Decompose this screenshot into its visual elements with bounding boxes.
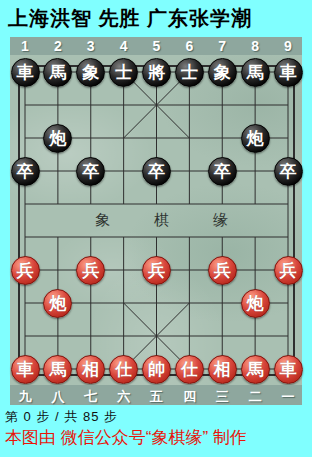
piece-black-horse[interactable]: 馬 [43, 58, 72, 87]
file-label-top: 7 [218, 38, 226, 54]
file-label-bottom: 六 [117, 388, 130, 406]
piece-black-soldier[interactable]: 卒 [208, 157, 237, 186]
piece-red-general[interactable]: 帥 [142, 355, 171, 384]
xiangqi-board[interactable]: 象棋缘 車馬象士將士象馬車炮炮卒卒卒卒卒兵兵兵兵兵炮炮車馬相仕帥仕相馬車 [10, 55, 302, 385]
file-label-bottom: 三 [216, 388, 229, 406]
file-label-top: 3 [87, 38, 95, 54]
piece-black-advisor[interactable]: 士 [175, 58, 204, 87]
file-label-bottom: 四 [183, 388, 196, 406]
piece-red-soldier[interactable]: 兵 [76, 256, 105, 285]
piece-red-advisor[interactable]: 仕 [109, 355, 138, 384]
piece-black-elephant[interactable]: 象 [208, 58, 237, 87]
piece-black-chariot[interactable]: 車 [11, 58, 40, 87]
move-counter: 第 0 步 / 共 85 步 [5, 408, 118, 426]
file-label-top: 2 [54, 38, 62, 54]
piece-black-cannon[interactable]: 炮 [241, 124, 270, 153]
piece-black-horse[interactable]: 馬 [241, 58, 270, 87]
piece-red-chariot[interactable]: 車 [11, 355, 40, 384]
file-label-top: 8 [251, 38, 259, 54]
piece-red-chariot[interactable]: 車 [274, 355, 303, 384]
piece-red-advisor[interactable]: 仕 [175, 355, 204, 384]
piece-black-advisor[interactable]: 士 [109, 58, 138, 87]
river-text: 象棋缘 [95, 211, 272, 230]
piece-black-general[interactable]: 將 [142, 58, 171, 87]
file-label-top: 9 [284, 38, 292, 54]
piece-red-soldier[interactable]: 兵 [208, 256, 237, 285]
piece-red-soldier[interactable]: 兵 [11, 256, 40, 285]
file-numbers-top: 123456789 [10, 37, 302, 55]
piece-red-cannon[interactable]: 炮 [241, 289, 270, 318]
file-label-bottom: 九 [19, 388, 32, 406]
match-title: 上海洪智 先胜 广东张学潮 [8, 5, 252, 32]
piece-red-elephant[interactable]: 相 [76, 355, 105, 384]
file-numbers-bottom: 九八七六五四三二一 [10, 385, 302, 405]
piece-red-cannon[interactable]: 炮 [43, 289, 72, 318]
file-label-top: 1 [21, 38, 29, 54]
file-label-bottom: 八 [51, 388, 64, 406]
file-label-bottom: 一 [282, 388, 295, 406]
board-column: 123456789 象棋缘 車馬象士將士象馬車炮炮卒卒卒卒卒兵兵兵兵兵炮炮車馬相… [10, 37, 302, 405]
file-label-top: 5 [153, 38, 161, 54]
piece-black-soldier[interactable]: 卒 [76, 157, 105, 186]
file-label-top: 6 [185, 38, 193, 54]
piece-red-elephant[interactable]: 相 [208, 355, 237, 384]
piece-black-elephant[interactable]: 象 [76, 58, 105, 87]
piece-red-horse[interactable]: 馬 [43, 355, 72, 384]
piece-black-cannon[interactable]: 炮 [43, 124, 72, 153]
file-label-bottom: 七 [84, 388, 97, 406]
piece-red-soldier[interactable]: 兵 [142, 256, 171, 285]
credit-line: 本图由 微信公众号“象棋缘” 制作 [5, 426, 247, 449]
file-label-top: 4 [120, 38, 128, 54]
file-label-bottom: 五 [150, 388, 163, 406]
file-label-bottom: 二 [249, 388, 262, 406]
piece-black-soldier[interactable]: 卒 [11, 157, 40, 186]
piece-red-horse[interactable]: 馬 [241, 355, 270, 384]
piece-red-soldier[interactable]: 兵 [274, 256, 303, 285]
piece-black-soldier[interactable]: 卒 [274, 157, 303, 186]
piece-black-soldier[interactable]: 卒 [142, 157, 171, 186]
piece-black-chariot[interactable]: 車 [274, 58, 303, 87]
